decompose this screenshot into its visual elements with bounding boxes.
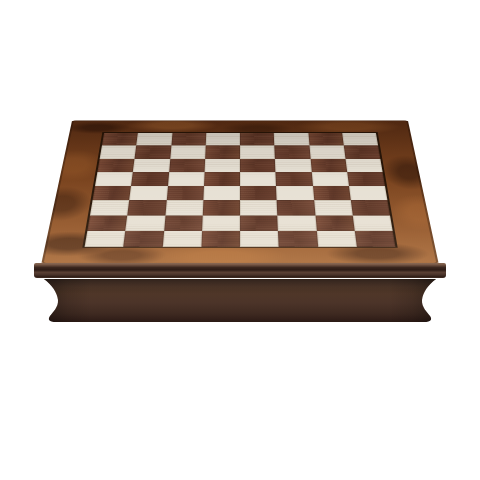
- square-a2[interactable]: [87, 215, 127, 230]
- square-g2[interactable]: [315, 215, 354, 230]
- square-g7[interactable]: [309, 146, 345, 159]
- square-b1[interactable]: [123, 231, 163, 247]
- square-b5[interactable]: [131, 172, 168, 186]
- square-e8[interactable]: [240, 133, 275, 146]
- box-base-underlip-shadow: [44, 279, 436, 322]
- square-c4[interactable]: [166, 186, 203, 200]
- square-a7[interactable]: [100, 146, 137, 159]
- square-b4[interactable]: [129, 186, 167, 200]
- square-b3[interactable]: [127, 200, 166, 215]
- square-h1[interactable]: [354, 231, 395, 247]
- square-c7[interactable]: [170, 146, 206, 159]
- box-base: [0, 276, 480, 332]
- square-c3[interactable]: [165, 200, 203, 215]
- square-e6[interactable]: [240, 159, 276, 172]
- square-b8[interactable]: [136, 133, 172, 146]
- square-g4[interactable]: [313, 186, 351, 200]
- square-f3[interactable]: [277, 200, 315, 215]
- square-c1[interactable]: [162, 231, 202, 247]
- square-c2[interactable]: [164, 215, 203, 230]
- square-d2[interactable]: [202, 215, 240, 230]
- square-a5[interactable]: [95, 172, 133, 186]
- square-a3[interactable]: [90, 200, 129, 215]
- square-b7[interactable]: [135, 146, 171, 159]
- square-e2[interactable]: [240, 215, 278, 230]
- square-h3[interactable]: [351, 200, 390, 215]
- square-g3[interactable]: [314, 200, 353, 215]
- square-f1[interactable]: [278, 231, 318, 247]
- chess-board-grid: [85, 133, 396, 247]
- square-f2[interactable]: [278, 215, 317, 230]
- square-h8[interactable]: [342, 133, 378, 146]
- square-d8[interactable]: [205, 133, 240, 146]
- square-d7[interactable]: [205, 146, 240, 159]
- square-d4[interactable]: [203, 186, 240, 200]
- square-b6[interactable]: [133, 159, 170, 172]
- square-h5[interactable]: [347, 172, 385, 186]
- square-a8[interactable]: [102, 133, 138, 146]
- square-e3[interactable]: [240, 200, 278, 215]
- square-a1[interactable]: [85, 231, 126, 247]
- square-f5[interactable]: [276, 172, 313, 186]
- square-f4[interactable]: [276, 186, 313, 200]
- square-g1[interactable]: [316, 231, 356, 247]
- square-d6[interactable]: [204, 159, 240, 172]
- square-d1[interactable]: [201, 231, 240, 247]
- square-e5[interactable]: [240, 172, 276, 186]
- square-f6[interactable]: [275, 159, 311, 172]
- square-d3[interactable]: [202, 200, 240, 215]
- square-h7[interactable]: [344, 146, 381, 159]
- chess-board: [41, 120, 438, 263]
- square-f7[interactable]: [275, 146, 311, 159]
- square-d5[interactable]: [204, 172, 240, 186]
- square-c6[interactable]: [169, 159, 205, 172]
- square-g6[interactable]: [310, 159, 347, 172]
- square-b2[interactable]: [126, 215, 165, 230]
- square-e7[interactable]: [240, 146, 275, 159]
- product-photo: [0, 0, 480, 480]
- board-pinstripe: [82, 132, 397, 247]
- square-f8[interactable]: [274, 133, 309, 146]
- square-a6[interactable]: [97, 159, 134, 172]
- square-a4[interactable]: [93, 186, 132, 200]
- square-h2[interactable]: [353, 215, 393, 230]
- square-e4[interactable]: [240, 186, 277, 200]
- square-e1[interactable]: [240, 231, 279, 247]
- square-g5[interactable]: [311, 172, 348, 186]
- square-c8[interactable]: [171, 133, 206, 146]
- square-c5[interactable]: [168, 172, 205, 186]
- square-h6[interactable]: [345, 159, 382, 172]
- square-h4[interactable]: [349, 186, 388, 200]
- square-g8[interactable]: [308, 133, 344, 146]
